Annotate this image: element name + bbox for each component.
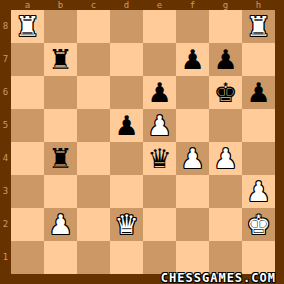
square-a3[interactable]	[11, 175, 44, 208]
square-f5[interactable]	[176, 109, 209, 142]
square-g1[interactable]	[209, 241, 242, 274]
square-f6[interactable]	[176, 76, 209, 109]
piece-white-king-h2[interactable]: ♚	[246, 208, 270, 241]
square-e3[interactable]	[143, 175, 176, 208]
piece-white-queen-d2[interactable]: ♛	[114, 208, 138, 241]
square-b5[interactable]	[44, 109, 77, 142]
chess-board-diagram: abcdefgh 87654321 ♜♜♜♟♟♟♚♟♟♟♜♛♟♟♟♟♛♚ CHE…	[0, 0, 284, 284]
square-f2[interactable]	[176, 208, 209, 241]
rank-label-8: 8	[0, 10, 11, 43]
square-f7[interactable]: ♟	[176, 43, 209, 76]
square-f3[interactable]	[176, 175, 209, 208]
square-h6[interactable]: ♟	[242, 76, 275, 109]
rank-label-2: 2	[0, 208, 11, 241]
square-d3[interactable]	[110, 175, 143, 208]
square-e4[interactable]: ♛	[143, 142, 176, 175]
square-c2[interactable]	[77, 208, 110, 241]
rank-label-3: 3	[0, 175, 11, 208]
file-labels: abcdefgh	[11, 0, 275, 10]
chess-board: ♜♜♜♟♟♟♚♟♟♟♜♛♟♟♟♟♛♚	[11, 10, 275, 274]
piece-white-pawn-e5[interactable]: ♟	[147, 109, 171, 142]
square-a5[interactable]	[11, 109, 44, 142]
square-d5[interactable]: ♟	[110, 109, 143, 142]
piece-black-pawn-g7[interactable]: ♟	[213, 43, 237, 76]
square-a8[interactable]: ♜	[11, 10, 44, 43]
file-label-g: g	[209, 0, 242, 10]
square-f1[interactable]	[176, 241, 209, 274]
square-g7[interactable]: ♟	[209, 43, 242, 76]
square-g3[interactable]	[209, 175, 242, 208]
piece-black-king-g6[interactable]: ♚	[213, 76, 237, 109]
rank-label-7: 7	[0, 43, 11, 76]
square-c7[interactable]	[77, 43, 110, 76]
square-c6[interactable]	[77, 76, 110, 109]
square-f8[interactable]	[176, 10, 209, 43]
chessgames-watermark: CHESSGAMES.COM	[161, 272, 276, 284]
square-h4[interactable]	[242, 142, 275, 175]
square-g4[interactable]: ♟	[209, 142, 242, 175]
square-a2[interactable]	[11, 208, 44, 241]
piece-black-pawn-f7[interactable]: ♟	[180, 43, 204, 76]
file-label-b: b	[44, 0, 77, 10]
square-e8[interactable]	[143, 10, 176, 43]
piece-black-rook-b7[interactable]: ♜	[48, 43, 72, 76]
piece-black-pawn-e6[interactable]: ♟	[147, 76, 171, 109]
square-g5[interactable]	[209, 109, 242, 142]
square-b2[interactable]: ♟	[44, 208, 77, 241]
square-b7[interactable]: ♜	[44, 43, 77, 76]
square-d7[interactable]	[110, 43, 143, 76]
square-b3[interactable]	[44, 175, 77, 208]
square-d2[interactable]: ♛	[110, 208, 143, 241]
square-c5[interactable]	[77, 109, 110, 142]
square-g2[interactable]	[209, 208, 242, 241]
piece-white-rook-h8[interactable]: ♜	[246, 10, 270, 43]
piece-black-pawn-h6[interactable]: ♟	[246, 76, 270, 109]
square-e1[interactable]	[143, 241, 176, 274]
piece-white-pawn-f4[interactable]: ♟	[180, 142, 204, 175]
square-f4[interactable]: ♟	[176, 142, 209, 175]
square-c1[interactable]	[77, 241, 110, 274]
square-d4[interactable]	[110, 142, 143, 175]
file-label-e: e	[143, 0, 176, 10]
square-c3[interactable]	[77, 175, 110, 208]
square-e5[interactable]: ♟	[143, 109, 176, 142]
square-h1[interactable]	[242, 241, 275, 274]
file-label-a: a	[11, 0, 44, 10]
square-h2[interactable]: ♚	[242, 208, 275, 241]
square-g6[interactable]: ♚	[209, 76, 242, 109]
file-label-d: d	[110, 0, 143, 10]
rank-label-1: 1	[0, 241, 11, 274]
piece-white-pawn-h3[interactable]: ♟	[246, 175, 270, 208]
square-g8[interactable]	[209, 10, 242, 43]
piece-white-pawn-b2[interactable]: ♟	[48, 208, 72, 241]
piece-black-rook-b4[interactable]: ♜	[48, 142, 72, 175]
rank-label-5: 5	[0, 109, 11, 142]
rank-labels: 87654321	[0, 10, 11, 274]
square-b8[interactable]	[44, 10, 77, 43]
file-label-f: f	[176, 0, 209, 10]
square-b1[interactable]	[44, 241, 77, 274]
square-e7[interactable]	[143, 43, 176, 76]
square-b4[interactable]: ♜	[44, 142, 77, 175]
square-a1[interactable]	[11, 241, 44, 274]
square-h3[interactable]: ♟	[242, 175, 275, 208]
square-c4[interactable]	[77, 142, 110, 175]
square-h7[interactable]	[242, 43, 275, 76]
square-e6[interactable]: ♟	[143, 76, 176, 109]
square-d6[interactable]	[110, 76, 143, 109]
rank-label-6: 6	[0, 76, 11, 109]
square-a6[interactable]	[11, 76, 44, 109]
file-label-h: h	[242, 0, 275, 10]
piece-black-pawn-d5[interactable]: ♟	[114, 109, 138, 142]
square-c8[interactable]	[77, 10, 110, 43]
rank-label-4: 4	[0, 142, 11, 175]
square-d8[interactable]	[110, 10, 143, 43]
piece-black-queen-e4[interactable]: ♛	[147, 142, 171, 175]
square-a4[interactable]	[11, 142, 44, 175]
square-a7[interactable]	[11, 43, 44, 76]
square-d1[interactable]	[110, 241, 143, 274]
piece-white-rook-a8[interactable]: ♜	[15, 10, 39, 43]
square-b6[interactable]	[44, 76, 77, 109]
square-h5[interactable]	[242, 109, 275, 142]
piece-white-pawn-g4[interactable]: ♟	[213, 142, 237, 175]
file-label-c: c	[77, 0, 110, 10]
square-h8[interactable]: ♜	[242, 10, 275, 43]
square-e2[interactable]	[143, 208, 176, 241]
